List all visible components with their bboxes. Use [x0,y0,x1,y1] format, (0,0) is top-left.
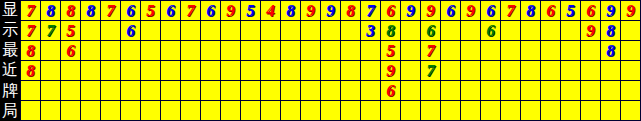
cell-r3c4 [81,41,101,61]
cell-r3c8 [161,41,181,61]
cell-r6c13 [261,101,281,121]
cell-r2c16 [321,21,341,41]
cell-r5c12 [241,81,261,101]
cell-r3c2 [41,41,61,61]
cell-r1c13: 4 [261,1,281,21]
cell-r5c27 [541,81,561,101]
cell-r1c12: 5 [241,1,261,21]
cell-r6c23 [461,101,481,121]
cell-r3c30: 8 [601,41,621,61]
cell-r5c10 [201,81,221,101]
cell-r4c9 [181,61,201,81]
cell-r5c28 [561,81,581,101]
cell-r1c4: 8 [81,1,101,21]
cell-r1c1: 7 [21,1,41,21]
cell-r6c15 [301,101,321,121]
label-char-3: 最 [0,40,20,60]
cell-r1c28: 5 [561,1,581,21]
cell-r6c11 [221,101,241,121]
cell-r4c30 [601,61,621,81]
cell-r2c1: 7 [21,21,41,41]
label-char-6: 局 [0,101,20,121]
cell-r4c15 [301,61,321,81]
cell-r6c14 [281,101,301,121]
cell-r3c31 [621,41,641,61]
cell-r2c30: 8 [601,21,621,41]
cell-r1c21: 9 [421,1,441,21]
cell-r3c15 [301,41,321,61]
cell-r1c26: 8 [521,1,541,21]
cell-r2c10 [201,21,221,41]
cell-r6c1 [21,101,41,121]
cell-r3c6 [121,41,141,61]
cell-r3c5 [101,41,121,61]
cell-r3c24 [481,41,501,61]
cell-r4c26 [521,61,541,81]
cell-r3c17 [341,41,361,61]
cell-r3c3: 6 [61,41,81,61]
cell-r3c9 [181,41,201,61]
cell-r6c12 [241,101,261,121]
cell-r5c19: 6 [381,81,401,101]
cell-r6c22 [441,101,461,121]
cell-r3c18 [361,41,381,61]
cell-r6c31 [621,101,641,121]
cell-r6c9 [181,101,201,121]
cell-r4c12 [241,61,261,81]
cell-r1c23: 9 [461,1,481,21]
cell-r5c11 [221,81,241,101]
cell-r6c3 [61,101,81,121]
cell-r1c15: 9 [301,1,321,21]
cell-r2c5 [101,21,121,41]
cell-r1c30: 9 [601,1,621,21]
cell-r1c6: 6 [121,1,141,21]
cell-r2c8 [161,21,181,41]
cell-r1c5: 7 [101,1,121,21]
cell-r5c8 [161,81,181,101]
cell-r2c24: 6 [481,21,501,41]
cell-r4c27 [541,61,561,81]
label-column: 显 示 最 近 牌 局 [0,0,20,121]
cell-r5c14 [281,81,301,101]
cell-r2c31 [621,21,641,41]
cell-r2c27 [541,21,561,41]
label-char-2: 示 [0,20,20,40]
cell-r6c21 [421,101,441,121]
cell-r2c13 [261,21,281,41]
cell-r1c18: 7 [361,1,381,21]
cell-r4c17 [341,61,361,81]
cell-r4c14 [281,61,301,81]
cell-r1c7: 5 [141,1,161,21]
cell-r2c4 [81,21,101,41]
cell-r2c25 [501,21,521,41]
cell-r4c10 [201,61,221,81]
cell-r3c27 [541,41,561,61]
cell-r3c19: 5 [381,41,401,61]
cell-r6c17 [341,101,361,121]
cell-r6c19 [381,101,401,121]
cell-r3c14 [281,41,301,61]
cell-r4c31 [621,61,641,81]
cell-r1c9: 7 [181,1,201,21]
cell-r1c31: 9 [621,1,641,21]
cell-r5c16 [321,81,341,101]
cell-r2c3: 5 [61,21,81,41]
cell-r6c18 [361,101,381,121]
cell-r6c25 [501,101,521,121]
cell-r3c12 [241,41,261,61]
cell-r6c26 [521,101,541,121]
cell-r6c8 [161,101,181,121]
cell-r4c25 [501,61,521,81]
cell-r1c16: 9 [321,1,341,21]
cell-r2c22 [441,21,461,41]
cell-r2c20 [401,21,421,41]
cell-r4c18 [361,61,381,81]
cell-r2c23 [461,21,481,41]
cell-r4c2 [41,61,61,81]
cell-r4c8 [161,61,181,81]
cell-r4c3 [61,61,81,81]
cell-r2c14 [281,21,301,41]
cell-r5c29 [581,81,601,101]
cell-r6c28 [561,101,581,121]
cell-r4c16 [321,61,341,81]
cell-r4c20 [401,61,421,81]
cell-r6c29 [581,101,601,121]
cell-r6c30 [601,101,621,121]
cell-r3c25 [501,41,521,61]
cell-r4c24 [481,61,501,81]
cell-r2c6: 6 [121,21,141,41]
cell-r5c20 [401,81,421,101]
cell-r6c24 [481,101,501,121]
cell-r5c25 [501,81,521,101]
label-char-1: 显 [0,0,20,20]
cell-r2c7 [141,21,161,41]
cell-r3c21: 7 [421,41,441,61]
cell-r6c7 [141,101,161,121]
cell-r3c28 [561,41,581,61]
cell-r1c19: 6 [381,1,401,21]
label-char-5: 牌 [0,81,20,101]
cell-r3c20 [401,41,421,61]
cell-r5c5 [101,81,121,101]
cell-r3c23 [461,41,481,61]
cell-r1c27: 6 [541,1,561,21]
cell-r2c15 [301,21,321,41]
cell-r5c9 [181,81,201,101]
cell-r5c30 [601,81,621,101]
cell-r4c6 [121,61,141,81]
cell-r5c21 [421,81,441,101]
cell-r5c4 [81,81,101,101]
cell-r4c23 [461,61,481,81]
cell-r1c3: 8 [61,1,81,21]
cell-r5c26 [521,81,541,101]
cell-r5c31 [621,81,641,101]
cell-r2c21: 6 [421,21,441,41]
cell-r6c16 [321,101,341,121]
cell-r4c28 [561,61,581,81]
cell-r1c14: 8 [281,1,301,21]
cell-r5c24 [481,81,501,101]
cell-r3c13 [261,41,281,61]
cell-r5c7 [141,81,161,101]
cell-r2c17 [341,21,361,41]
label-char-4: 近 [0,60,20,80]
cell-r6c5 [101,101,121,121]
scoreboard: 显 示 最 近 牌 局 7888765676954899876996967865… [0,0,641,121]
cell-r6c6 [121,101,141,121]
cell-r5c1 [21,81,41,101]
cell-r5c17 [341,81,361,101]
cell-r1c2: 8 [41,1,61,21]
cell-r1c24: 6 [481,1,501,21]
cell-r2c11 [221,21,241,41]
cell-r2c12 [241,21,261,41]
cell-r4c4 [81,61,101,81]
cell-r3c1: 8 [21,41,41,61]
cell-r2c19: 8 [381,21,401,41]
cell-r5c6 [121,81,141,101]
cell-r4c7 [141,61,161,81]
cell-r5c3 [61,81,81,101]
cell-r5c2 [41,81,61,101]
cell-r1c17: 8 [341,1,361,21]
cell-r3c29 [581,41,601,61]
cell-r2c28 [561,21,581,41]
cell-r1c11: 9 [221,1,241,21]
cell-r4c29 [581,61,601,81]
cell-r6c2 [41,101,61,121]
cell-r1c25: 7 [501,1,521,21]
cell-r5c22 [441,81,461,101]
cell-r5c23 [461,81,481,101]
cell-r3c16 [321,41,341,61]
cell-r4c1: 8 [21,61,41,81]
cell-r5c18 [361,81,381,101]
cell-r4c19: 9 [381,61,401,81]
cell-r2c2: 7 [41,21,61,41]
cell-r1c10: 6 [201,1,221,21]
cell-r6c27 [541,101,561,121]
cell-r1c8: 6 [161,1,181,21]
cell-r5c13 [261,81,281,101]
cell-r6c20 [401,101,421,121]
cell-r3c7 [141,41,161,61]
cell-r4c11 [221,61,241,81]
cell-r1c22: 6 [441,1,461,21]
cell-r2c18: 3 [361,21,381,41]
cell-r4c21: 7 [421,61,441,81]
cell-r3c11 [221,41,241,61]
cell-r3c10 [201,41,221,61]
cell-r4c5 [101,61,121,81]
cell-r5c15 [301,81,321,101]
cell-r3c26 [521,41,541,61]
cell-r1c20: 9 [401,1,421,21]
cell-r4c22 [441,61,461,81]
cell-r2c29: 9 [581,21,601,41]
cell-r4c13 [261,61,281,81]
number-grid: 7888765676954899876996967865699775638669… [20,0,641,121]
cell-r2c26 [521,21,541,41]
cell-r6c4 [81,101,101,121]
cell-r1c29: 6 [581,1,601,21]
cell-r2c9 [181,21,201,41]
cell-r6c10 [201,101,221,121]
cell-r3c22 [441,41,461,61]
